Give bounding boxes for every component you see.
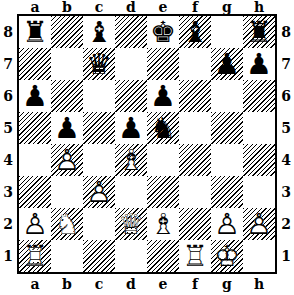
file-label-e: e [147, 277, 179, 291]
black-rook-h8: ♜ [243, 16, 275, 48]
file-label-h: h [243, 277, 275, 291]
black-bishop-f8: ♝ [179, 16, 211, 48]
square-a4[interactable] [19, 144, 51, 176]
square-c5[interactable] [83, 112, 115, 144]
square-g6[interactable] [211, 80, 243, 112]
square-e2[interactable]: ♝♗ [147, 208, 179, 240]
square-c2[interactable] [83, 208, 115, 240]
black-pawn-a6: ♟ [19, 80, 51, 112]
piece-outline: ♖ [19, 240, 51, 272]
rank-label-4: 4 [0, 144, 16, 176]
file-label-f: f [179, 277, 211, 291]
square-h8[interactable]: ♜ [243, 16, 275, 48]
chess-diagram: abcdefgh 87654321 ♜♝♚♝♜♛♟♟♟♟♟♟♞♟♙♝♗♟♙♟♙♞… [0, 0, 294, 295]
rank-labels-right: 87654321 [278, 16, 294, 272]
file-label-a: a [19, 0, 51, 14]
piece-fill: ♟ [51, 112, 83, 144]
piece-outline: ♖ [179, 240, 211, 272]
rank-label-2: 2 [278, 208, 294, 240]
rank-label-4: 4 [278, 144, 294, 176]
square-f1[interactable]: ♜♖ [179, 240, 211, 272]
piece-outline: ♔ [211, 240, 243, 272]
square-h6[interactable] [243, 80, 275, 112]
piece-fill: ♛ [83, 48, 115, 80]
white-rook-f1: ♜♖ [179, 240, 211, 272]
white-pawn-h2: ♟♙ [243, 208, 275, 240]
file-label-b: b [51, 0, 83, 14]
file-label-c: c [83, 0, 115, 14]
black-bishop-c8: ♝ [83, 16, 115, 48]
piece-outline: ♕ [115, 208, 147, 240]
piece-fill: ♟ [243, 48, 275, 80]
piece-fill: ♝ [179, 16, 211, 48]
square-h1[interactable] [243, 240, 275, 272]
square-c4[interactable] [83, 144, 115, 176]
square-d3[interactable] [115, 176, 147, 208]
black-pawn-e6: ♟ [147, 80, 179, 112]
white-bishop-e2: ♝♗ [147, 208, 179, 240]
square-a5[interactable] [19, 112, 51, 144]
piece-outline: ♙ [83, 176, 115, 208]
square-d7[interactable] [115, 48, 147, 80]
square-e4[interactable] [147, 144, 179, 176]
file-labels-top: abcdefgh [19, 0, 275, 13]
piece-fill: ♜ [19, 16, 51, 48]
piece-fill: ♝ [83, 16, 115, 48]
square-c6[interactable] [83, 80, 115, 112]
black-pawn-g7: ♟ [211, 48, 243, 80]
square-g8[interactable] [211, 16, 243, 48]
black-king-e8: ♚ [147, 16, 179, 48]
square-d2[interactable]: ♛♕ [115, 208, 147, 240]
square-d5[interactable]: ♟ [115, 112, 147, 144]
square-f7[interactable] [179, 48, 211, 80]
square-f6[interactable] [179, 80, 211, 112]
square-b2[interactable]: ♞♘ [51, 208, 83, 240]
white-pawn-g2: ♟♙ [211, 208, 243, 240]
black-queen-c7: ♛ [83, 48, 115, 80]
square-a1[interactable]: ♜♖ [19, 240, 51, 272]
square-f8[interactable]: ♝ [179, 16, 211, 48]
black-pawn-b5: ♟ [51, 112, 83, 144]
square-g5[interactable] [211, 112, 243, 144]
square-b4[interactable]: ♟♙ [51, 144, 83, 176]
rank-label-2: 2 [0, 208, 16, 240]
white-pawn-c3: ♟♙ [83, 176, 115, 208]
square-e3[interactable] [147, 176, 179, 208]
piece-fill: ♜ [243, 16, 275, 48]
file-labels-bottom: abcdefgh [19, 277, 275, 290]
square-f5[interactable] [179, 112, 211, 144]
square-g3[interactable] [211, 176, 243, 208]
square-g2[interactable]: ♟♙ [211, 208, 243, 240]
piece-outline: ♗ [147, 208, 179, 240]
rank-label-3: 3 [278, 176, 294, 208]
file-label-b: b [51, 277, 83, 291]
piece-fill: ♞ [147, 112, 179, 144]
white-pawn-a2: ♟♙ [19, 208, 51, 240]
square-e6[interactable]: ♟ [147, 80, 179, 112]
white-pawn-b4: ♟♙ [51, 144, 83, 176]
square-a8[interactable]: ♜ [19, 16, 51, 48]
rank-label-6: 6 [0, 80, 16, 112]
file-label-a: a [19, 277, 51, 291]
piece-fill: ♟ [19, 80, 51, 112]
white-rook-a1: ♜♖ [19, 240, 51, 272]
square-b5[interactable]: ♟ [51, 112, 83, 144]
white-bishop-d4: ♝♗ [115, 144, 147, 176]
rank-label-1: 1 [278, 240, 294, 272]
square-e1[interactable] [147, 240, 179, 272]
rank-label-5: 5 [0, 112, 16, 144]
piece-outline: ♘ [51, 208, 83, 240]
file-label-f: f [179, 0, 211, 14]
piece-fill: ♚ [147, 16, 179, 48]
square-g4[interactable] [211, 144, 243, 176]
square-c7[interactable]: ♛ [83, 48, 115, 80]
rank-label-6: 6 [278, 80, 294, 112]
square-h4[interactable] [243, 144, 275, 176]
file-label-e: e [147, 0, 179, 14]
file-label-g: g [211, 0, 243, 14]
file-label-c: c [83, 277, 115, 291]
white-queen-d2: ♛♕ [115, 208, 147, 240]
square-a7[interactable] [19, 48, 51, 80]
square-g1[interactable]: ♚♔ [211, 240, 243, 272]
square-f4[interactable] [179, 144, 211, 176]
square-g7[interactable]: ♟ [211, 48, 243, 80]
square-c1[interactable] [83, 240, 115, 272]
file-label-g: g [211, 277, 243, 291]
square-d6[interactable] [115, 80, 147, 112]
square-f2[interactable] [179, 208, 211, 240]
piece-outline: ♙ [19, 208, 51, 240]
piece-outline: ♙ [51, 144, 83, 176]
white-king-g1: ♚♔ [211, 240, 243, 272]
piece-outline: ♙ [243, 208, 275, 240]
rank-label-7: 7 [0, 48, 16, 80]
square-a3[interactable] [19, 176, 51, 208]
rank-label-7: 7 [278, 48, 294, 80]
square-d4[interactable]: ♝♗ [115, 144, 147, 176]
rank-label-8: 8 [278, 16, 294, 48]
square-e5[interactable]: ♞ [147, 112, 179, 144]
file-label-d: d [115, 0, 147, 14]
square-d8[interactable] [115, 16, 147, 48]
piece-outline: ♙ [211, 208, 243, 240]
square-a2[interactable]: ♟♙ [19, 208, 51, 240]
square-b8[interactable] [51, 16, 83, 48]
square-c8[interactable]: ♝ [83, 16, 115, 48]
piece-fill: ♟ [211, 48, 243, 80]
square-a6[interactable]: ♟ [19, 80, 51, 112]
chess-board: ♜♝♚♝♜♛♟♟♟♟♟♟♞♟♙♝♗♟♙♟♙♞♘♛♕♝♗♟♙♟♙♜♖♜♖♚♔ [17, 14, 277, 274]
black-knight-e5: ♞ [147, 112, 179, 144]
rank-labels-left: 87654321 [0, 16, 16, 272]
white-knight-b2: ♞♘ [51, 208, 83, 240]
square-e8[interactable]: ♚ [147, 16, 179, 48]
square-d1[interactable] [115, 240, 147, 272]
black-pawn-h7: ♟ [243, 48, 275, 80]
square-c3[interactable]: ♟♙ [83, 176, 115, 208]
square-f3[interactable] [179, 176, 211, 208]
square-b1[interactable] [51, 240, 83, 272]
square-b6[interactable] [51, 80, 83, 112]
piece-fill: ♟ [147, 80, 179, 112]
rank-label-3: 3 [0, 176, 16, 208]
black-rook-a8: ♜ [19, 16, 51, 48]
rank-label-5: 5 [278, 112, 294, 144]
square-h5[interactable] [243, 112, 275, 144]
square-b7[interactable] [51, 48, 83, 80]
file-label-h: h [243, 0, 275, 14]
piece-outline: ♗ [115, 144, 147, 176]
square-h2[interactable]: ♟♙ [243, 208, 275, 240]
square-h7[interactable]: ♟ [243, 48, 275, 80]
rank-label-8: 8 [0, 16, 16, 48]
black-pawn-d5: ♟ [115, 112, 147, 144]
piece-fill: ♟ [115, 112, 147, 144]
square-h3[interactable] [243, 176, 275, 208]
square-b3[interactable] [51, 176, 83, 208]
rank-label-1: 1 [0, 240, 16, 272]
square-e7[interactable] [147, 48, 179, 80]
file-label-d: d [115, 277, 147, 291]
